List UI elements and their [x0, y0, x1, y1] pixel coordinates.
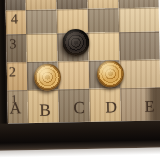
square-E1[interactable]: E — [120, 87, 160, 121]
square-D1[interactable]: D — [89, 88, 121, 122]
square-C2[interactable] — [58, 61, 90, 90]
square-B3[interactable] — [26, 33, 58, 62]
square-C1[interactable]: C — [58, 89, 90, 123]
checkers-board: 4321ABCDE — [0, 0, 160, 158]
rank-label-3: 3 — [9, 37, 16, 51]
file-label-E: E — [145, 99, 155, 115]
checker-wood-B2[interactable] — [34, 63, 62, 91]
square-A4[interactable]: 4 — [6, 10, 26, 34]
square-D4[interactable] — [88, 8, 119, 33]
rank-label-2: 2 — [9, 65, 16, 79]
square-B1[interactable]: B — [27, 89, 59, 123]
file-label-D: D — [105, 99, 117, 115]
checker-black-C3[interactable] — [62, 28, 90, 56]
square-A3[interactable]: 3 — [6, 34, 27, 62]
square-A2[interactable]: 2 — [7, 62, 28, 90]
rank-label-4: 4 — [11, 12, 18, 26]
photo-background: 4321ABCDE — [0, 0, 160, 160]
square-A5[interactable] — [5, 0, 25, 10]
checker-wood-D2[interactable] — [97, 60, 125, 88]
file-label-A: A — [9, 100, 21, 116]
file-label-C: C — [73, 99, 85, 116]
square-D3[interactable] — [88, 32, 120, 61]
square-B4[interactable] — [26, 9, 57, 34]
square-E3[interactable] — [119, 31, 160, 60]
file-label-B: B — [39, 102, 51, 119]
square-E4[interactable] — [119, 7, 159, 32]
board-frame-bottom — [0, 120, 160, 150]
square-A1[interactable]: 1A — [7, 90, 28, 123]
square-E2[interactable] — [120, 59, 160, 88]
